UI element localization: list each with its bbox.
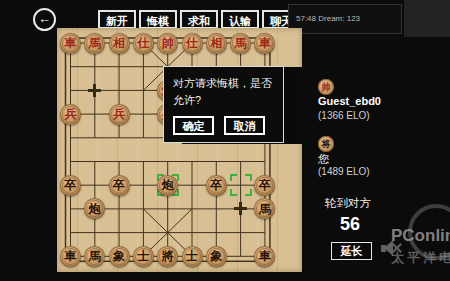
opponent-piece-icon: 帅 (318, 79, 334, 95)
piece-red-兵[interactable]: 兵 (60, 104, 81, 125)
piece-red-馬[interactable]: 馬 (230, 33, 251, 54)
resign-button[interactable]: 认输 (221, 10, 259, 29)
piece-black-將[interactable]: 將 (157, 246, 178, 267)
watermark-brand: PConline (391, 226, 450, 246)
dialog-buttons: 确定 取消 (173, 116, 283, 135)
status-text: 57:48 Dream: 123 (296, 14, 360, 23)
new-game-button[interactable]: 新开 (98, 10, 136, 29)
board-grid (57, 28, 302, 272)
last-move-highlight (230, 174, 252, 196)
piece-red-車[interactable]: 車 (60, 33, 81, 54)
xiangqi-board[interactable]: 車馬相仕帥仕相馬車炮炮兵兵兵兵兵卒卒炮卒卒炮馬車馬象士將士象車 (57, 28, 302, 272)
toolbar: 新开 悔棋 求和 认输 聊天 (98, 10, 300, 29)
offer-draw-button[interactable]: 求和 (180, 10, 218, 29)
opponent-name: Guest_ebd0 (318, 95, 381, 107)
piece-black-卒[interactable]: 卒 (254, 175, 275, 196)
piece-black-炮[interactable]: 炮 (157, 175, 178, 196)
player-elo: (1489 ELO) (318, 166, 370, 177)
piece-red-兵[interactable]: 兵 (109, 104, 130, 125)
move-timer: 56 (330, 214, 370, 235)
dialog-message: 对方请求悔棋，是否允许? (164, 67, 283, 109)
opponent-elo: (1366 ELO) (318, 110, 370, 121)
piece-red-車[interactable]: 車 (254, 33, 275, 54)
piece-black-卒[interactable]: 卒 (60, 175, 81, 196)
piece-black-士[interactable]: 士 (133, 246, 154, 267)
piece-red-帥[interactable]: 帥 (157, 33, 178, 54)
undo-request-dialog: 对方请求悔棋，是否允许? 确定 取消 (163, 66, 284, 143)
status-panel: 57:48 Dream: 123 (288, 4, 402, 34)
piece-red-相[interactable]: 相 (206, 33, 227, 54)
player-piece-icon: 将 (318, 136, 334, 152)
piece-red-相[interactable]: 相 (109, 33, 130, 54)
extend-time-button[interactable]: 延长 (331, 242, 372, 260)
cancel-button[interactable]: 取消 (224, 116, 265, 135)
piece-black-象[interactable]: 象 (109, 246, 130, 267)
undo-button[interactable]: 悔棋 (139, 10, 177, 29)
back-arrow-icon: ← (38, 11, 51, 26)
app-window: ← 新开 悔棋 求和 认输 聊天 57:48 Dream: 123 車馬相仕帥仕… (0, 0, 450, 281)
board-point-marker (234, 202, 247, 215)
background-patch (404, 0, 450, 37)
piece-black-士[interactable]: 士 (182, 246, 203, 267)
turn-indicator: 轮到对方 (325, 196, 371, 211)
board-point-marker (88, 84, 101, 97)
confirm-button[interactable]: 确定 (173, 116, 214, 135)
piece-red-馬[interactable]: 馬 (84, 33, 105, 54)
piece-black-卒[interactable]: 卒 (206, 175, 227, 196)
back-button[interactable]: ← (33, 8, 56, 31)
player-name: 您 (318, 152, 329, 167)
piece-black-象[interactable]: 象 (206, 246, 227, 267)
piece-red-仕[interactable]: 仕 (133, 33, 154, 54)
piece-red-仕[interactable]: 仕 (182, 33, 203, 54)
piece-black-車[interactable]: 車 (60, 246, 81, 267)
piece-black-馬[interactable]: 馬 (84, 246, 105, 267)
watermark-cn-text: 太平洋电 (391, 249, 450, 267)
piece-black-卒[interactable]: 卒 (109, 175, 130, 196)
